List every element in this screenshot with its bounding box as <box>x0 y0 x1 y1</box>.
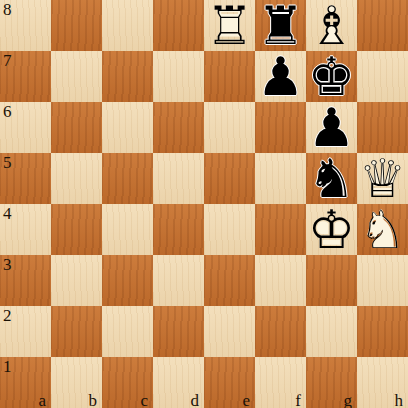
square-c4[interactable] <box>102 204 153 255</box>
square-e1[interactable]: e <box>204 357 255 408</box>
square-e6[interactable] <box>204 102 255 153</box>
square-g6[interactable]: ♟ <box>306 102 357 153</box>
square-c5[interactable] <box>102 153 153 204</box>
black-rook[interactable]: ♜ <box>255 0 306 51</box>
square-b3[interactable] <box>51 255 102 306</box>
square-e5[interactable] <box>204 153 255 204</box>
square-b2[interactable] <box>51 306 102 357</box>
square-f6[interactable] <box>255 102 306 153</box>
file-label-f: f <box>295 391 301 408</box>
square-a7[interactable]: 7 <box>0 51 51 102</box>
square-c7[interactable] <box>102 51 153 102</box>
square-f8[interactable]: ♜ <box>255 0 306 51</box>
square-g1[interactable]: g <box>306 357 357 408</box>
square-h7[interactable] <box>357 51 408 102</box>
square-c1[interactable]: c <box>102 357 153 408</box>
file-label-h: h <box>395 391 404 408</box>
square-f7[interactable]: ♟ <box>255 51 306 102</box>
black-knight[interactable]: ♞ <box>306 153 357 204</box>
file-label-b: b <box>89 391 98 408</box>
black-rook-glyph: ♜ <box>255 0 306 51</box>
square-a5[interactable]: 5 <box>0 153 51 204</box>
square-h2[interactable] <box>357 306 408 357</box>
square-c2[interactable] <box>102 306 153 357</box>
black-pawn[interactable]: ♟ <box>255 51 306 102</box>
square-h1[interactable]: h <box>357 357 408 408</box>
rank-label-2: 2 <box>3 306 12 325</box>
square-h5[interactable]: ♛♕ <box>357 153 408 204</box>
white-king[interactable]: ♚♔ <box>306 204 357 255</box>
square-c6[interactable] <box>102 102 153 153</box>
square-f5[interactable] <box>255 153 306 204</box>
rank-label-4: 4 <box>3 204 12 223</box>
square-h8[interactable] <box>357 0 408 51</box>
black-pawn-glyph: ♟ <box>306 102 357 153</box>
square-d4[interactable] <box>153 204 204 255</box>
rank-label-6: 6 <box>3 102 12 121</box>
square-d8[interactable] <box>153 0 204 51</box>
white-queen-glyph: ♕ <box>357 153 408 204</box>
file-label-d: d <box>191 391 200 408</box>
rank-label-1: 1 <box>3 357 12 376</box>
white-bishop[interactable]: ♝♗ <box>306 0 357 51</box>
square-h4[interactable]: ♞♘ <box>357 204 408 255</box>
white-knight-glyph: ♘ <box>357 204 408 255</box>
square-d2[interactable] <box>153 306 204 357</box>
rank-label-5: 5 <box>3 153 12 172</box>
square-b4[interactable] <box>51 204 102 255</box>
square-a1[interactable]: 1a <box>0 357 51 408</box>
square-d7[interactable] <box>153 51 204 102</box>
square-a2[interactable]: 2 <box>0 306 51 357</box>
square-g8[interactable]: ♝♗ <box>306 0 357 51</box>
white-rook[interactable]: ♜♖ <box>204 0 255 51</box>
file-label-g: g <box>344 391 353 408</box>
square-b1[interactable]: b <box>51 357 102 408</box>
chess-diagram: 8♜♖♜♝♗7♟♚6♟5♞♛♕4♚♔♞♘321abcdefgh <box>0 0 408 408</box>
black-pawn-glyph: ♟ <box>255 51 306 102</box>
square-f4[interactable] <box>255 204 306 255</box>
square-g5[interactable]: ♞ <box>306 153 357 204</box>
file-label-a: a <box>38 391 46 408</box>
square-a4[interactable]: 4 <box>0 204 51 255</box>
square-a8[interactable]: 8 <box>0 0 51 51</box>
square-e4[interactable] <box>204 204 255 255</box>
chess-board: 8♜♖♜♝♗7♟♚6♟5♞♛♕4♚♔♞♘321abcdefgh <box>0 0 408 408</box>
square-a6[interactable]: 6 <box>0 102 51 153</box>
square-g2[interactable] <box>306 306 357 357</box>
square-f3[interactable] <box>255 255 306 306</box>
square-d1[interactable]: d <box>153 357 204 408</box>
square-h3[interactable] <box>357 255 408 306</box>
black-pawn[interactable]: ♟ <box>306 102 357 153</box>
square-f1[interactable]: f <box>255 357 306 408</box>
square-d3[interactable] <box>153 255 204 306</box>
black-king[interactable]: ♚ <box>306 51 357 102</box>
white-rook-glyph: ♖ <box>204 0 255 51</box>
rank-label-3: 3 <box>3 255 12 274</box>
black-king-glyph: ♚ <box>306 51 357 102</box>
file-label-e: e <box>242 391 250 408</box>
rank-label-8: 8 <box>3 0 12 19</box>
square-a3[interactable]: 3 <box>0 255 51 306</box>
file-label-c: c <box>140 391 148 408</box>
square-h6[interactable] <box>357 102 408 153</box>
square-c3[interactable] <box>102 255 153 306</box>
white-knight[interactable]: ♞♘ <box>357 204 408 255</box>
square-g3[interactable] <box>306 255 357 306</box>
square-g4[interactable]: ♚♔ <box>306 204 357 255</box>
square-e2[interactable] <box>204 306 255 357</box>
square-b7[interactable] <box>51 51 102 102</box>
white-queen[interactable]: ♛♕ <box>357 153 408 204</box>
square-b5[interactable] <box>51 153 102 204</box>
square-g7[interactable]: ♚ <box>306 51 357 102</box>
square-b6[interactable] <box>51 102 102 153</box>
square-e3[interactable] <box>204 255 255 306</box>
square-b8[interactable] <box>51 0 102 51</box>
white-king-glyph: ♔ <box>306 204 357 255</box>
square-f2[interactable] <box>255 306 306 357</box>
square-e8[interactable]: ♜♖ <box>204 0 255 51</box>
square-d5[interactable] <box>153 153 204 204</box>
white-bishop-glyph: ♗ <box>306 0 357 51</box>
rank-label-7: 7 <box>3 51 12 70</box>
square-e7[interactable] <box>204 51 255 102</box>
square-d6[interactable] <box>153 102 204 153</box>
square-c8[interactable] <box>102 0 153 51</box>
black-knight-glyph: ♞ <box>306 153 357 204</box>
